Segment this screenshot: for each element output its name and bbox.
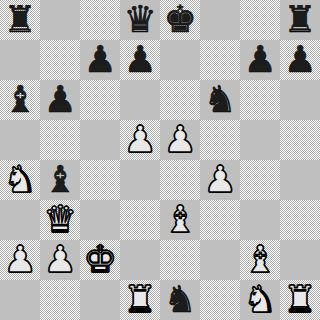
square-b1[interactable] (40, 280, 80, 320)
piece-black-pawn[interactable]: ♟ (43, 80, 76, 120)
square-d5[interactable]: ♟ (120, 120, 160, 160)
square-f1[interactable] (200, 280, 240, 320)
piece-white-rook[interactable]: ♜ (123, 280, 156, 320)
square-h6[interactable] (280, 80, 320, 120)
square-g3[interactable] (240, 200, 280, 240)
piece-black-pawn[interactable]: ♟ (283, 40, 316, 80)
square-a8[interactable]: ♜ (0, 0, 40, 40)
piece-white-pawn[interactable]: ♟ (43, 240, 76, 280)
square-d4[interactable] (120, 160, 160, 200)
square-e8[interactable]: ♚ (160, 0, 200, 40)
square-d7[interactable]: ♟ (120, 40, 160, 80)
piece-black-pawn[interactable]: ♟ (123, 40, 156, 80)
square-b7[interactable] (40, 40, 80, 80)
square-b4[interactable]: ♝ (40, 160, 80, 200)
square-e4[interactable] (160, 160, 200, 200)
piece-black-rook[interactable]: ♜ (3, 0, 36, 40)
square-g5[interactable] (240, 120, 280, 160)
piece-black-rook[interactable]: ♜ (283, 0, 316, 40)
square-a4[interactable]: ♞ (0, 160, 40, 200)
square-f5[interactable] (200, 120, 240, 160)
square-c5[interactable] (80, 120, 120, 160)
piece-white-rook[interactable]: ♜ (283, 280, 316, 320)
square-a3[interactable] (0, 200, 40, 240)
square-b6[interactable]: ♟ (40, 80, 80, 120)
square-a5[interactable] (0, 120, 40, 160)
piece-white-knight[interactable]: ♞ (243, 280, 276, 320)
square-h8[interactable]: ♜ (280, 0, 320, 40)
square-b8[interactable] (40, 0, 80, 40)
piece-white-pawn[interactable]: ♟ (123, 120, 156, 160)
square-e3[interactable]: ♝ (160, 200, 200, 240)
piece-black-queen[interactable]: ♛ (123, 0, 156, 40)
square-f6[interactable]: ♞ (200, 80, 240, 120)
square-g2[interactable]: ♝ (240, 240, 280, 280)
square-g6[interactable] (240, 80, 280, 120)
piece-black-pawn[interactable]: ♟ (83, 40, 116, 80)
square-c4[interactable] (80, 160, 120, 200)
square-g7[interactable]: ♟ (240, 40, 280, 80)
square-d8[interactable]: ♛ (120, 0, 160, 40)
square-d3[interactable] (120, 200, 160, 240)
square-b5[interactable] (40, 120, 80, 160)
piece-white-pawn[interactable]: ♟ (3, 240, 36, 280)
square-a1[interactable] (0, 280, 40, 320)
square-a6[interactable]: ♝ (0, 80, 40, 120)
square-h3[interactable] (280, 200, 320, 240)
square-d2[interactable] (120, 240, 160, 280)
square-h5[interactable] (280, 120, 320, 160)
square-f4[interactable]: ♟ (200, 160, 240, 200)
square-h1[interactable]: ♜ (280, 280, 320, 320)
square-h2[interactable] (280, 240, 320, 280)
piece-white-bishop[interactable]: ♝ (163, 200, 196, 240)
square-g4[interactable] (240, 160, 280, 200)
square-a7[interactable] (0, 40, 40, 80)
square-d6[interactable] (120, 80, 160, 120)
square-f2[interactable] (200, 240, 240, 280)
piece-white-queen[interactable]: ♛ (43, 200, 76, 240)
square-f3[interactable] (200, 200, 240, 240)
square-e2[interactable] (160, 240, 200, 280)
piece-white-king[interactable]: ♚ (83, 240, 116, 280)
square-f7[interactable] (200, 40, 240, 80)
square-b3[interactable]: ♛ (40, 200, 80, 240)
piece-black-knight[interactable]: ♞ (203, 80, 236, 120)
piece-white-pawn[interactable]: ♟ (163, 120, 196, 160)
square-d1[interactable]: ♜ (120, 280, 160, 320)
square-b2[interactable]: ♟ (40, 240, 80, 280)
chess-board: ♜♛♚♜♟♟♟♟♝♟♞♟♟♞♝♟♛♝♟♟♚♝♜♞♞♜ (0, 0, 320, 320)
square-e5[interactable]: ♟ (160, 120, 200, 160)
piece-white-bishop[interactable]: ♝ (243, 240, 276, 280)
piece-white-knight[interactable]: ♞ (3, 160, 36, 200)
square-g8[interactable] (240, 0, 280, 40)
piece-black-bishop[interactable]: ♝ (43, 160, 76, 200)
square-h7[interactable]: ♟ (280, 40, 320, 80)
square-c1[interactable] (80, 280, 120, 320)
square-e6[interactable] (160, 80, 200, 120)
piece-white-pawn[interactable]: ♟ (203, 160, 236, 200)
piece-black-bishop[interactable]: ♝ (3, 80, 36, 120)
square-c6[interactable] (80, 80, 120, 120)
square-c3[interactable] (80, 200, 120, 240)
square-c2[interactable]: ♚ (80, 240, 120, 280)
square-h4[interactable] (280, 160, 320, 200)
square-a2[interactable]: ♟ (0, 240, 40, 280)
square-c7[interactable]: ♟ (80, 40, 120, 80)
piece-black-pawn[interactable]: ♟ (243, 40, 276, 80)
square-e7[interactable] (160, 40, 200, 80)
piece-black-king[interactable]: ♚ (163, 0, 196, 40)
piece-black-knight[interactable]: ♞ (163, 280, 196, 320)
square-e1[interactable]: ♞ (160, 280, 200, 320)
square-f8[interactable] (200, 0, 240, 40)
square-g1[interactable]: ♞ (240, 280, 280, 320)
square-c8[interactable] (80, 0, 120, 40)
